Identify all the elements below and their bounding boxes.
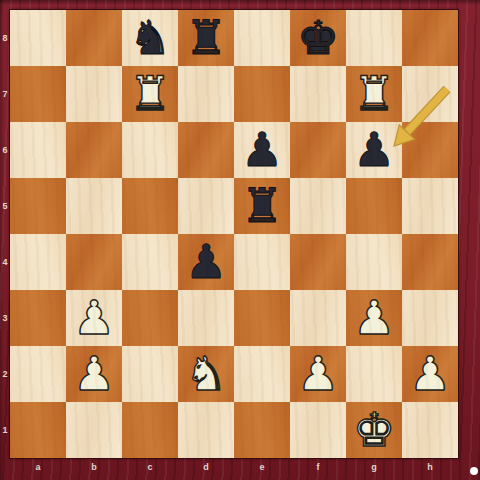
square-b5[interactable] (66, 178, 122, 234)
square-h2[interactable]: ♟ (402, 346, 458, 402)
piece-black-king-f8[interactable]: ♚ (290, 10, 346, 66)
square-e5[interactable]: ♜ (234, 178, 290, 234)
piece-white-pawn-h2[interactable]: ♟ (402, 346, 458, 402)
file-labels: abcdefgh (10, 458, 458, 480)
square-h8[interactable] (402, 10, 458, 66)
square-c6[interactable] (122, 122, 178, 178)
square-d4[interactable]: ♟ (178, 234, 234, 290)
square-b6[interactable] (66, 122, 122, 178)
square-c7[interactable]: ♜ (122, 66, 178, 122)
square-g6[interactable]: ♟ (346, 122, 402, 178)
square-f6[interactable] (290, 122, 346, 178)
square-g4[interactable] (346, 234, 402, 290)
square-b8[interactable] (66, 10, 122, 66)
piece-black-pawn-g6[interactable]: ♟ (346, 122, 402, 178)
file-label-h: h (402, 458, 458, 476)
piece-black-pawn-d4[interactable]: ♟ (178, 234, 234, 290)
square-e4[interactable] (234, 234, 290, 290)
square-f1[interactable] (290, 402, 346, 458)
square-g3[interactable]: ♟ (346, 290, 402, 346)
rank-label-5: 5 (0, 178, 10, 234)
square-a7[interactable] (10, 66, 66, 122)
square-b4[interactable] (66, 234, 122, 290)
square-c4[interactable] (122, 234, 178, 290)
piece-white-pawn-f2[interactable]: ♟ (290, 346, 346, 402)
square-e7[interactable] (234, 66, 290, 122)
square-a8[interactable] (10, 10, 66, 66)
square-c5[interactable] (122, 178, 178, 234)
square-g8[interactable] (346, 10, 402, 66)
square-a3[interactable] (10, 290, 66, 346)
rank-label-6: 6 (0, 122, 10, 178)
square-e8[interactable] (234, 10, 290, 66)
file-label-a: a (10, 458, 66, 476)
square-a2[interactable] (10, 346, 66, 402)
square-g1[interactable]: ♚ (346, 402, 402, 458)
square-c8[interactable]: ♞ (122, 10, 178, 66)
square-h7[interactable] (402, 66, 458, 122)
square-a4[interactable] (10, 234, 66, 290)
square-b1[interactable] (66, 402, 122, 458)
square-f3[interactable] (290, 290, 346, 346)
file-label-d: d (178, 458, 234, 476)
rank-label-7: 7 (0, 66, 10, 122)
square-h5[interactable] (402, 178, 458, 234)
square-c3[interactable] (122, 290, 178, 346)
rank-label-8: 8 (0, 10, 10, 66)
rank-label-3: 3 (0, 290, 10, 346)
square-f8[interactable]: ♚ (290, 10, 346, 66)
square-b7[interactable] (66, 66, 122, 122)
square-h6[interactable] (402, 122, 458, 178)
piece-white-king-g1[interactable]: ♚ (346, 402, 402, 458)
piece-black-rook-d8[interactable]: ♜ (178, 10, 234, 66)
corner-dot (470, 467, 478, 475)
square-e1[interactable] (234, 402, 290, 458)
rank-label-2: 2 (0, 346, 10, 402)
square-h3[interactable] (402, 290, 458, 346)
square-d8[interactable]: ♜ (178, 10, 234, 66)
square-f5[interactable] (290, 178, 346, 234)
square-f2[interactable]: ♟ (290, 346, 346, 402)
file-label-c: c (122, 458, 178, 476)
square-h1[interactable] (402, 402, 458, 458)
square-g5[interactable] (346, 178, 402, 234)
piece-white-pawn-g3[interactable]: ♟ (346, 290, 402, 346)
square-a5[interactable] (10, 178, 66, 234)
piece-white-rook-c7[interactable]: ♜ (122, 66, 178, 122)
chess-board: ♞♜♚♜♜♟♟♜♟♟♟♟♞♟♟♚ (10, 10, 458, 458)
square-d1[interactable] (178, 402, 234, 458)
piece-black-rook-e5[interactable]: ♜ (234, 178, 290, 234)
chessboard-frame: ♞♜♚♜♜♟♟♜♟♟♟♟♞♟♟♚ 87654321 abcdefgh (0, 0, 480, 480)
square-e2[interactable] (234, 346, 290, 402)
square-e6[interactable]: ♟ (234, 122, 290, 178)
square-e3[interactable] (234, 290, 290, 346)
square-b2[interactable]: ♟ (66, 346, 122, 402)
square-h4[interactable] (402, 234, 458, 290)
file-label-e: e (234, 458, 290, 476)
file-label-g: g (346, 458, 402, 476)
file-label-b: b (66, 458, 122, 476)
piece-black-knight-c8[interactable]: ♞ (122, 10, 178, 66)
square-a6[interactable] (10, 122, 66, 178)
square-f7[interactable] (290, 66, 346, 122)
square-g2[interactable] (346, 346, 402, 402)
square-d5[interactable] (178, 178, 234, 234)
square-c1[interactable] (122, 402, 178, 458)
rank-label-1: 1 (0, 402, 10, 458)
square-d6[interactable] (178, 122, 234, 178)
square-b3[interactable]: ♟ (66, 290, 122, 346)
square-c2[interactable] (122, 346, 178, 402)
piece-white-pawn-b3[interactable]: ♟ (66, 290, 122, 346)
square-a1[interactable] (10, 402, 66, 458)
piece-white-knight-d2[interactable]: ♞ (178, 346, 234, 402)
piece-black-pawn-e6[interactable]: ♟ (234, 122, 290, 178)
file-label-f: f (290, 458, 346, 476)
square-f4[interactable] (290, 234, 346, 290)
piece-white-rook-g7[interactable]: ♜ (346, 66, 402, 122)
square-d7[interactable] (178, 66, 234, 122)
piece-white-pawn-b2[interactable]: ♟ (66, 346, 122, 402)
square-d2[interactable]: ♞ (178, 346, 234, 402)
rank-labels: 87654321 (0, 10, 10, 458)
square-d3[interactable] (178, 290, 234, 346)
rank-label-4: 4 (0, 234, 10, 290)
square-g7[interactable]: ♜ (346, 66, 402, 122)
